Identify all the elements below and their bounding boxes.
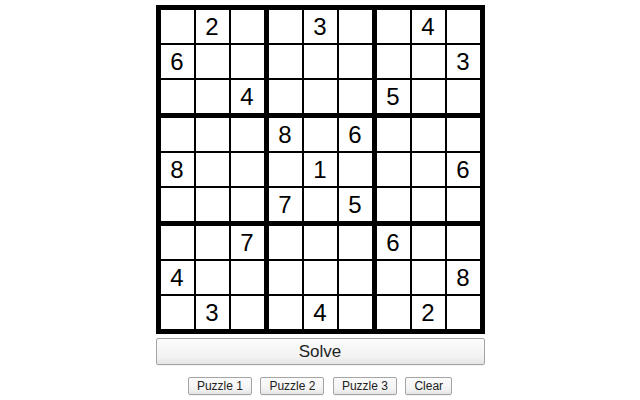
cell-r4c6[interactable]: 6 xyxy=(339,118,377,153)
cell-r7c7[interactable]: 6 xyxy=(377,226,412,261)
cell-r6c1[interactable] xyxy=(161,188,196,226)
cell-r8c8[interactable] xyxy=(412,261,447,296)
cell-r7c1[interactable] xyxy=(161,226,196,261)
cell-r3c8[interactable] xyxy=(412,80,447,118)
board-row-6: 75 xyxy=(161,188,480,226)
cell-r6c2[interactable] xyxy=(196,188,231,226)
cell-r1c2[interactable]: 2 xyxy=(196,10,231,45)
sudoku-app: 234634586816757648342 Solve Puzzle 1 Puz… xyxy=(156,0,485,395)
cell-r3c7[interactable]: 5 xyxy=(377,80,412,118)
board-row-9: 342 xyxy=(161,296,480,329)
cell-r3c6[interactable] xyxy=(339,80,377,118)
cell-r6c7[interactable] xyxy=(377,188,412,226)
cell-r9c6[interactable] xyxy=(339,296,377,329)
cell-r5c3[interactable] xyxy=(231,153,269,188)
cell-r6c8[interactable] xyxy=(412,188,447,226)
cell-r1c8[interactable]: 4 xyxy=(412,10,447,45)
cell-r9c1[interactable] xyxy=(161,296,196,329)
cell-r1c3[interactable] xyxy=(231,10,269,45)
cell-r6c4[interactable]: 7 xyxy=(269,188,304,226)
cell-r5c2[interactable] xyxy=(196,153,231,188)
board-row-1: 234 xyxy=(161,10,480,45)
cell-r4c3[interactable] xyxy=(231,118,269,153)
cell-r5c9[interactable]: 6 xyxy=(447,153,480,188)
cell-r5c7[interactable] xyxy=(377,153,412,188)
cell-r2c1[interactable]: 6 xyxy=(161,45,196,80)
cell-r8c9[interactable]: 8 xyxy=(447,261,480,296)
cell-r8c2[interactable] xyxy=(196,261,231,296)
cell-r6c5[interactable] xyxy=(304,188,339,226)
solve-button[interactable]: Solve xyxy=(156,338,485,365)
cell-r6c6[interactable]: 5 xyxy=(339,188,377,226)
cell-r3c1[interactable] xyxy=(161,80,196,118)
cell-r4c9[interactable] xyxy=(447,118,480,153)
board-row-5: 816 xyxy=(161,153,480,188)
cell-r8c5[interactable] xyxy=(304,261,339,296)
cell-r2c9[interactable]: 3 xyxy=(447,45,480,80)
cell-r4c8[interactable] xyxy=(412,118,447,153)
cell-r4c2[interactable] xyxy=(196,118,231,153)
cell-r8c6[interactable] xyxy=(339,261,377,296)
cell-r4c7[interactable] xyxy=(377,118,412,153)
cell-r7c6[interactable] xyxy=(339,226,377,261)
cell-r2c5[interactable] xyxy=(304,45,339,80)
cell-r1c4[interactable] xyxy=(269,10,304,45)
puzzle-button-row: Puzzle 1 Puzzle 2 Puzzle 3 Clear xyxy=(156,376,485,395)
puzzle-2-button[interactable]: Puzzle 2 xyxy=(260,377,324,395)
board-row-4: 86 xyxy=(161,118,480,153)
cell-r3c4[interactable] xyxy=(269,80,304,118)
cell-r9c7[interactable] xyxy=(377,296,412,329)
cell-r9c2[interactable]: 3 xyxy=(196,296,231,329)
cell-r3c3[interactable]: 4 xyxy=(231,80,269,118)
board-row-3: 45 xyxy=(161,80,480,118)
cell-r4c1[interactable] xyxy=(161,118,196,153)
cell-r3c9[interactable] xyxy=(447,80,480,118)
board-row-8: 48 xyxy=(161,261,480,296)
puzzle-1-button[interactable]: Puzzle 1 xyxy=(188,377,252,395)
cell-r5c5[interactable]: 1 xyxy=(304,153,339,188)
board-row-7: 76 xyxy=(161,226,480,261)
cell-r7c8[interactable] xyxy=(412,226,447,261)
cell-r7c3[interactable]: 7 xyxy=(231,226,269,261)
cell-r8c3[interactable] xyxy=(231,261,269,296)
cell-r6c3[interactable] xyxy=(231,188,269,226)
cell-r6c9[interactable] xyxy=(447,188,480,226)
cell-r5c6[interactable] xyxy=(339,153,377,188)
cell-r1c1[interactable] xyxy=(161,10,196,45)
cell-r7c2[interactable] xyxy=(196,226,231,261)
cell-r1c7[interactable] xyxy=(377,10,412,45)
puzzle-3-button[interactable]: Puzzle 3 xyxy=(333,377,397,395)
board-row-2: 63 xyxy=(161,45,480,80)
cell-r1c5[interactable]: 3 xyxy=(304,10,339,45)
cell-r5c1[interactable]: 8 xyxy=(161,153,196,188)
sudoku-board: 234634586816757648342 xyxy=(156,5,485,334)
clear-button[interactable]: Clear xyxy=(405,377,452,395)
cell-r9c5[interactable]: 4 xyxy=(304,296,339,329)
cell-r5c8[interactable] xyxy=(412,153,447,188)
cell-r2c3[interactable] xyxy=(231,45,269,80)
cell-r3c5[interactable] xyxy=(304,80,339,118)
cell-r7c5[interactable] xyxy=(304,226,339,261)
cell-r8c1[interactable]: 4 xyxy=(161,261,196,296)
cell-r2c6[interactable] xyxy=(339,45,377,80)
cell-r9c8[interactable]: 2 xyxy=(412,296,447,329)
cell-r4c5[interactable] xyxy=(304,118,339,153)
cell-r1c9[interactable] xyxy=(447,10,480,45)
cell-r5c4[interactable] xyxy=(269,153,304,188)
cell-r7c4[interactable] xyxy=(269,226,304,261)
cell-r2c7[interactable] xyxy=(377,45,412,80)
cell-r2c4[interactable] xyxy=(269,45,304,80)
cell-r7c9[interactable] xyxy=(447,226,480,261)
cell-r1c6[interactable] xyxy=(339,10,377,45)
cell-r3c2[interactable] xyxy=(196,80,231,118)
cell-r9c9[interactable] xyxy=(447,296,480,329)
cell-r2c8[interactable] xyxy=(412,45,447,80)
cell-r8c7[interactable] xyxy=(377,261,412,296)
cell-r4c4[interactable]: 8 xyxy=(269,118,304,153)
cell-r2c2[interactable] xyxy=(196,45,231,80)
cell-r9c3[interactable] xyxy=(231,296,269,329)
cell-r9c4[interactable] xyxy=(269,296,304,329)
cell-r8c4[interactable] xyxy=(269,261,304,296)
